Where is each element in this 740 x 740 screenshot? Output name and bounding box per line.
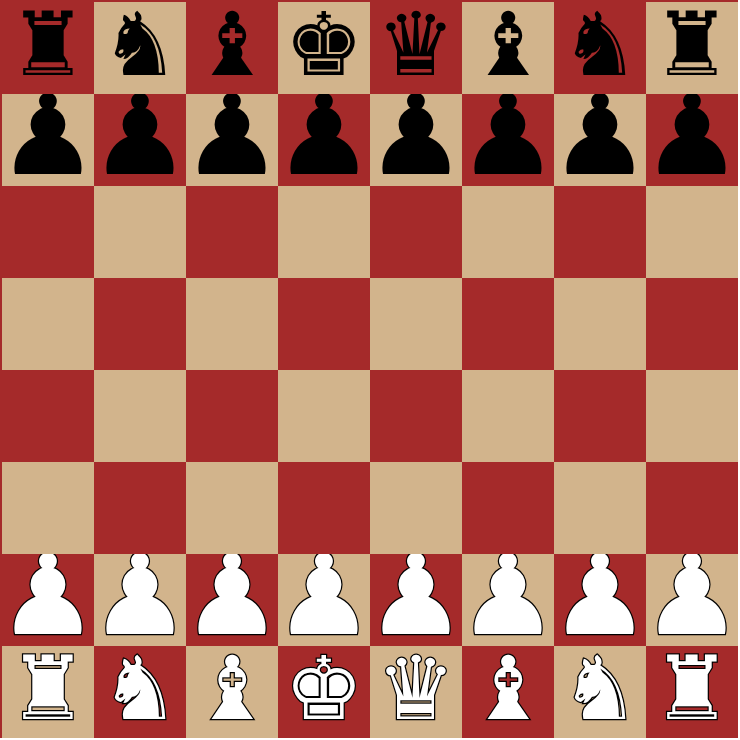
piece-black-pawn: ♟︎ — [94, 94, 186, 186]
square-g1[interactable]: ♞ — [554, 646, 646, 738]
square-c3[interactable] — [186, 462, 278, 554]
piece-white-king: ♚ — [285, 646, 364, 733]
square-h7[interactable]: ♟︎ — [646, 94, 738, 186]
square-h1[interactable]: ♜ — [646, 646, 738, 738]
piece-black-rook: ♜ — [653, 2, 732, 89]
square-b2[interactable]: ♟︎ — [94, 554, 186, 646]
square-a1[interactable]: ♜ — [2, 646, 94, 738]
piece-black-knight: ♞ — [561, 2, 640, 89]
piece-black-pawn: ♟︎ — [370, 94, 462, 186]
square-e6[interactable] — [370, 186, 462, 278]
square-b8[interactable]: ♞ — [94, 2, 186, 94]
square-c1[interactable]: ♝ — [186, 646, 278, 738]
square-d7[interactable]: ♟︎ — [278, 94, 370, 186]
square-g5[interactable] — [554, 278, 646, 370]
piece-white-knight: ♞ — [101, 646, 180, 733]
square-g8[interactable]: ♞ — [554, 2, 646, 94]
piece-white-pawn: ♟︎ — [278, 554, 370, 646]
square-h3[interactable] — [646, 462, 738, 554]
square-a4[interactable] — [2, 370, 94, 462]
square-c4[interactable] — [186, 370, 278, 462]
piece-white-pawn: ♟︎ — [646, 554, 738, 646]
square-g6[interactable] — [554, 186, 646, 278]
piece-white-pawn: ♟︎ — [94, 554, 186, 646]
square-g7[interactable]: ♟︎ — [554, 94, 646, 186]
square-c5[interactable] — [186, 278, 278, 370]
square-f5[interactable] — [462, 278, 554, 370]
piece-white-bishop: ♝ — [193, 646, 272, 733]
piece-black-bishop: ♝ — [469, 2, 548, 89]
square-d8[interactable]: ♚ — [278, 2, 370, 94]
piece-black-bishop: ♝ — [193, 2, 272, 89]
square-e4[interactable] — [370, 370, 462, 462]
square-f1[interactable]: ♝ — [462, 646, 554, 738]
square-a3[interactable] — [2, 462, 94, 554]
piece-white-knight: ♞ — [561, 646, 640, 733]
square-f3[interactable] — [462, 462, 554, 554]
square-f6[interactable] — [462, 186, 554, 278]
square-f8[interactable]: ♝ — [462, 2, 554, 94]
square-b4[interactable] — [94, 370, 186, 462]
square-d3[interactable] — [278, 462, 370, 554]
square-c6[interactable] — [186, 186, 278, 278]
square-g4[interactable] — [554, 370, 646, 462]
square-c2[interactable]: ♟︎ — [186, 554, 278, 646]
square-e3[interactable] — [370, 462, 462, 554]
square-b5[interactable] — [94, 278, 186, 370]
piece-white-rook: ♜ — [653, 646, 732, 733]
square-d6[interactable] — [278, 186, 370, 278]
piece-black-rook: ♜ — [9, 2, 88, 89]
piece-white-pawn: ♟︎ — [462, 554, 554, 646]
piece-white-pawn: ♟︎ — [2, 554, 94, 646]
square-h6[interactable] — [646, 186, 738, 278]
square-b1[interactable]: ♞ — [94, 646, 186, 738]
square-h2[interactable]: ♟︎ — [646, 554, 738, 646]
square-d4[interactable] — [278, 370, 370, 462]
square-a6[interactable] — [2, 186, 94, 278]
square-f2[interactable]: ♟︎ — [462, 554, 554, 646]
piece-black-pawn: ♟︎ — [186, 94, 278, 186]
square-d5[interactable] — [278, 278, 370, 370]
square-a5[interactable] — [2, 278, 94, 370]
square-h8[interactable]: ♜ — [646, 2, 738, 94]
square-b3[interactable] — [94, 462, 186, 554]
piece-black-king: ♚ — [285, 2, 364, 89]
square-e1[interactable]: ♛ — [370, 646, 462, 738]
piece-black-queen: ♛ — [377, 2, 456, 89]
piece-white-pawn: ♟︎ — [554, 554, 646, 646]
square-g2[interactable]: ♟︎ — [554, 554, 646, 646]
square-a2[interactable]: ♟︎ — [2, 554, 94, 646]
square-a8[interactable]: ♜ — [2, 2, 94, 94]
square-e8[interactable]: ♛ — [370, 2, 462, 94]
square-b7[interactable]: ♟︎ — [94, 94, 186, 186]
square-c8[interactable]: ♝ — [186, 2, 278, 94]
square-e2[interactable]: ♟︎ — [370, 554, 462, 646]
square-d1[interactable]: ♚ — [278, 646, 370, 738]
square-e7[interactable]: ♟︎ — [370, 94, 462, 186]
square-b6[interactable] — [94, 186, 186, 278]
square-c7[interactable]: ♟︎ — [186, 94, 278, 186]
piece-white-queen: ♛ — [377, 646, 456, 733]
piece-black-pawn: ♟︎ — [278, 94, 370, 186]
piece-white-pawn: ♟︎ — [370, 554, 462, 646]
square-a7[interactable]: ♟︎ — [2, 94, 94, 186]
chess-board: ♜♞♝♚♛♝♞♜♟︎♟︎♟︎♟︎♟︎♟︎♟︎♟︎♟︎♟︎♟︎♟︎♟︎♟︎♟︎♟︎… — [0, 0, 738, 738]
piece-black-pawn: ♟︎ — [2, 94, 94, 186]
square-g3[interactable] — [554, 462, 646, 554]
square-e5[interactable] — [370, 278, 462, 370]
piece-white-rook: ♜ — [9, 646, 88, 733]
square-h5[interactable] — [646, 278, 738, 370]
piece-white-pawn: ♟︎ — [186, 554, 278, 646]
piece-black-pawn: ♟︎ — [646, 94, 738, 186]
square-h4[interactable] — [646, 370, 738, 462]
piece-white-bishop: ♝ — [469, 646, 548, 733]
square-d2[interactable]: ♟︎ — [278, 554, 370, 646]
square-f4[interactable] — [462, 370, 554, 462]
square-f7[interactable]: ♟︎ — [462, 94, 554, 186]
piece-black-pawn: ♟︎ — [462, 94, 554, 186]
piece-black-knight: ♞ — [101, 2, 180, 89]
piece-black-pawn: ♟︎ — [554, 94, 646, 186]
